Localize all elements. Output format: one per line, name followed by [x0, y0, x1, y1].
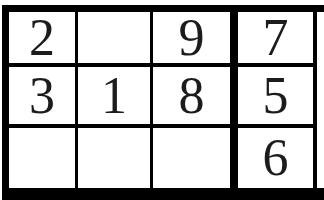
cell-r2c2[interactable]: 1 [78, 67, 150, 124]
cell-r3c3[interactable] [153, 128, 230, 188]
cell-r3c1[interactable] [9, 128, 75, 188]
cell-r3c2[interactable] [78, 128, 150, 188]
board-border-bottom [2, 188, 324, 200]
cell-r1c1[interactable]: 2 [9, 12, 75, 63]
cropped-next-column-sliver [317, 12, 324, 188]
sudoku-board: 2 9 7 3 1 8 5 6 [2, 5, 324, 200]
cell-r1c2[interactable] [78, 12, 150, 63]
cell-r1c4[interactable]: 7 [238, 12, 313, 63]
cell-r3c4[interactable]: 6 [238, 128, 313, 188]
cell-r2c1[interactable]: 3 [9, 67, 75, 124]
cell-r2c3[interactable]: 8 [153, 67, 230, 124]
cell-r1c3[interactable]: 9 [153, 12, 230, 63]
cell-r2c4[interactable]: 5 [238, 67, 313, 124]
box-boundary-vertical [230, 5, 238, 200]
sudoku-fragment: 2 9 7 3 1 8 5 6 [0, 0, 324, 200]
board-border-left [2, 5, 9, 200]
